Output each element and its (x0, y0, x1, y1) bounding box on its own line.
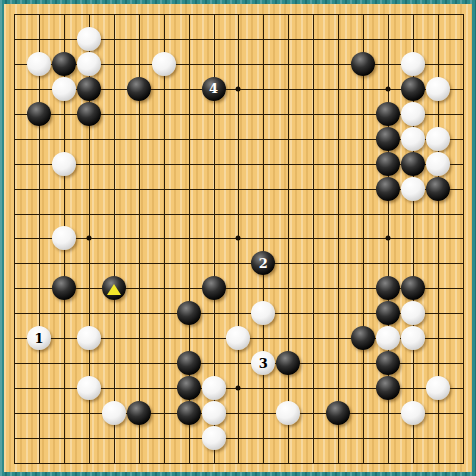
black-stone[interactable] (351, 326, 375, 350)
black-stone[interactable]: 4 (202, 77, 226, 101)
white-stone[interactable] (401, 401, 425, 425)
black-stone[interactable] (52, 276, 76, 300)
black-stone[interactable] (177, 301, 201, 325)
grid-line-horizontal (14, 438, 464, 439)
black-stone[interactable] (127, 77, 151, 101)
white-stone[interactable] (202, 376, 226, 400)
white-stone[interactable] (102, 401, 126, 425)
white-stone[interactable] (401, 127, 425, 151)
white-stone[interactable] (77, 52, 101, 76)
black-stone[interactable] (376, 301, 400, 325)
white-stone[interactable] (401, 102, 425, 126)
white-stone[interactable] (27, 52, 51, 76)
star-point (386, 236, 391, 241)
black-stone[interactable] (376, 102, 400, 126)
white-stone[interactable] (52, 77, 76, 101)
white-stone[interactable] (401, 301, 425, 325)
move-number-label: 1 (34, 332, 43, 345)
white-stone[interactable]: 3 (251, 351, 275, 375)
star-point (386, 86, 391, 91)
go-board-frame: 4213 (0, 0, 476, 476)
black-stone[interactable] (177, 351, 201, 375)
black-stone[interactable] (376, 177, 400, 201)
star-point (86, 236, 91, 241)
black-stone[interactable] (177, 401, 201, 425)
grid-line-vertical (338, 14, 339, 464)
grid-line-horizontal (14, 413, 464, 414)
grid-line-vertical (463, 14, 464, 464)
white-stone[interactable] (426, 152, 450, 176)
white-stone[interactable] (77, 326, 101, 350)
white-stone[interactable] (401, 177, 425, 201)
black-stone[interactable] (376, 351, 400, 375)
black-stone[interactable] (376, 127, 400, 151)
white-stone[interactable] (52, 152, 76, 176)
white-stone[interactable] (152, 52, 176, 76)
white-stone[interactable] (426, 376, 450, 400)
black-stone[interactable] (376, 152, 400, 176)
grid-line-vertical (363, 14, 364, 464)
black-stone[interactable] (326, 401, 350, 425)
grid-line-horizontal (14, 463, 464, 464)
black-stone[interactable] (401, 77, 425, 101)
move-number-label: 3 (259, 357, 268, 370)
white-stone[interactable] (202, 401, 226, 425)
black-stone[interactable] (401, 152, 425, 176)
white-stone[interactable] (202, 426, 226, 450)
star-point (236, 386, 241, 391)
black-stone[interactable] (401, 276, 425, 300)
black-stone[interactable] (77, 102, 101, 126)
white-stone[interactable] (401, 326, 425, 350)
triangle-marker-icon (107, 284, 121, 295)
white-stone[interactable] (77, 27, 101, 51)
grid-line-vertical (263, 14, 264, 464)
move-number-label: 4 (209, 82, 218, 95)
white-stone[interactable] (251, 301, 275, 325)
grid-line-vertical (288, 14, 289, 464)
white-stone[interactable]: 1 (27, 326, 51, 350)
white-stone[interactable] (52, 226, 76, 250)
white-stone[interactable] (276, 401, 300, 425)
grid-line-horizontal (14, 263, 464, 264)
black-stone[interactable] (276, 351, 300, 375)
black-stone[interactable] (52, 52, 76, 76)
white-stone[interactable] (426, 127, 450, 151)
black-stone[interactable] (127, 401, 151, 425)
white-stone[interactable] (401, 52, 425, 76)
black-stone[interactable] (351, 52, 375, 76)
black-stone[interactable] (177, 376, 201, 400)
grid-line-vertical (313, 14, 314, 464)
black-stone[interactable] (376, 276, 400, 300)
white-stone[interactable] (77, 376, 101, 400)
black-stone[interactable] (77, 77, 101, 101)
black-stone[interactable] (202, 276, 226, 300)
black-stone[interactable]: 2 (251, 251, 275, 275)
white-stone[interactable] (226, 326, 250, 350)
black-stone[interactable] (27, 102, 51, 126)
star-point (236, 236, 241, 241)
white-stone[interactable] (426, 77, 450, 101)
white-stone[interactable] (376, 326, 400, 350)
black-stone[interactable] (376, 376, 400, 400)
black-stone[interactable] (102, 276, 126, 300)
move-number-label: 2 (259, 257, 268, 270)
star-point (236, 86, 241, 91)
black-stone[interactable] (426, 177, 450, 201)
